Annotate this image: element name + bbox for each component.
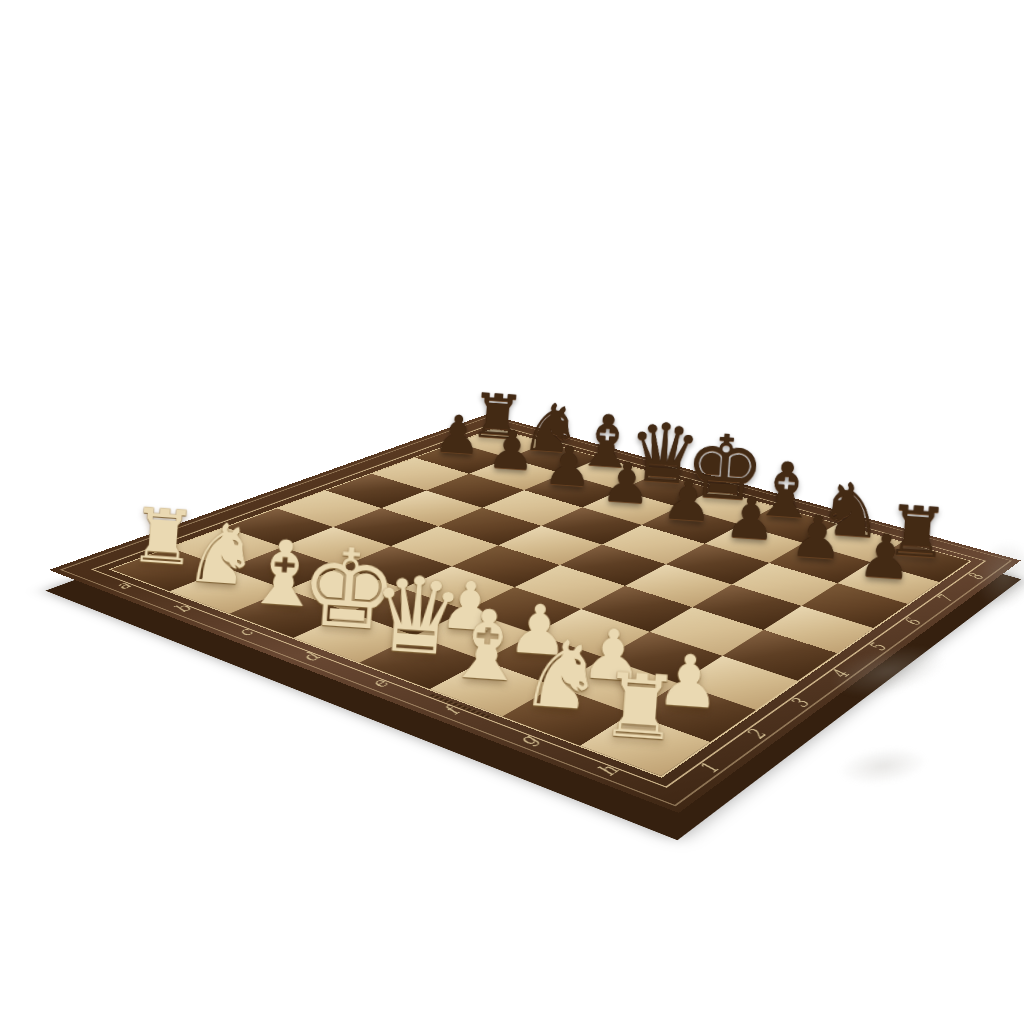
board-scene: ♜♞♝♛♚♝♞♜♟♟♟♟♟♟♟♟♟♟♟♟♜♞♝♚♛♝♞♜ abcdefgh 12… (187, 192, 932, 937)
camera-tilt: ♜♞♝♛♚♝♞♜♟♟♟♟♟♟♟♟♟♟♟♟♜♞♝♚♛♝♞♜ abcdefgh 12… (0, 0, 1024, 1024)
board-frame: ♜♞♝♛♚♝♞♜♟♟♟♟♟♟♟♟♟♟♟♟♜♞♝♚♛♝♞♜ abcdefgh 12… (49, 414, 1021, 813)
photo-background: ♜♞♝♛♚♝♞♜♟♟♟♟♟♟♟♟♟♟♟♟♜♞♝♚♛♝♞♜ abcdefgh 12… (0, 0, 1024, 1024)
square-h7[interactable]: ♟ (837, 562, 940, 604)
square-g6[interactable] (732, 563, 837, 606)
chessboard: ♜♞♝♛♚♝♞♜♟♟♟♟♟♟♟♟♟♟♟♟♜♞♝♚♛♝♞♜ abcdefgh 12… (49, 414, 1021, 813)
board-grid: ♜♞♝♛♚♝♞♜♟♟♟♟♟♟♟♟♟♟♟♟♜♞♝♚♛♝♞♜ (109, 428, 972, 778)
square-h1[interactable]: ♜ (580, 713, 711, 776)
black-pawn-h7[interactable]: ♟ (825, 525, 945, 590)
white-rook-h1[interactable]: ♜ (566, 660, 716, 754)
